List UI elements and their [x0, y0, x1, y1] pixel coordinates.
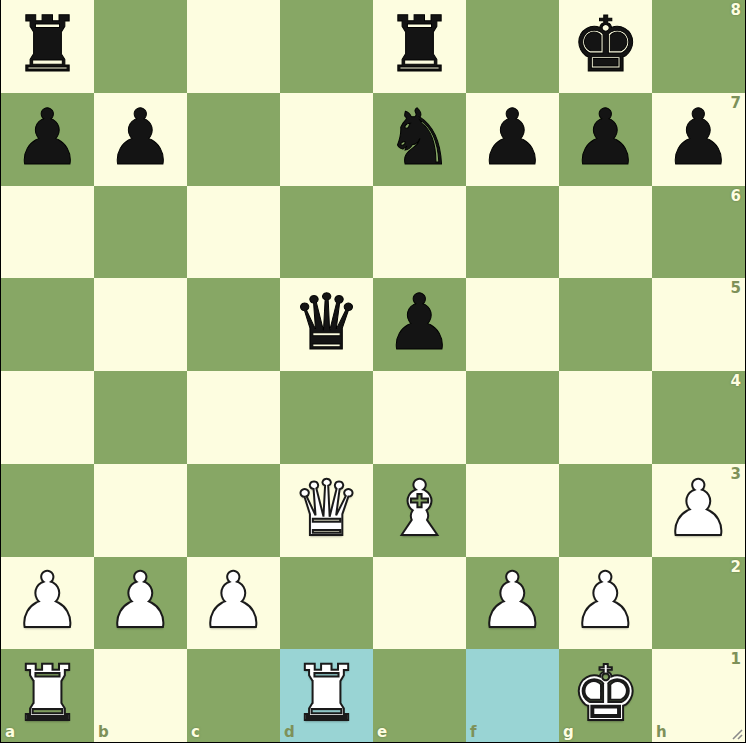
square-d8[interactable]: [280, 0, 373, 93]
square-h2[interactable]: 2: [652, 557, 745, 650]
square-g3[interactable]: [559, 464, 652, 557]
square-e7[interactable]: ♞: [373, 93, 466, 186]
square-b2[interactable]: ♟: [94, 557, 187, 650]
square-h4[interactable]: 4: [652, 371, 745, 464]
chess-board-container: ♜♜♚8♟♟♞♟♟♟76♛♟54♛♝♟3♟♟♟♟♟2♜abc♜def♚g1h: [0, 0, 746, 743]
white-pawn[interactable]: ♟: [106, 562, 175, 639]
black-pawn[interactable]: ♟: [571, 99, 640, 176]
black-rook[interactable]: ♜: [13, 6, 82, 83]
square-e1[interactable]: e: [373, 649, 466, 742]
square-c7[interactable]: [187, 93, 280, 186]
square-f2[interactable]: ♟: [466, 557, 559, 650]
coord-rank-4: 4: [731, 374, 741, 389]
white-pawn[interactable]: ♟: [13, 562, 82, 639]
black-king[interactable]: ♚: [571, 6, 640, 83]
square-d4[interactable]: [280, 371, 373, 464]
square-a2[interactable]: ♟: [1, 557, 94, 650]
square-e4[interactable]: [373, 371, 466, 464]
square-e3[interactable]: ♝: [373, 464, 466, 557]
square-f8[interactable]: [466, 0, 559, 93]
white-rook[interactable]: ♜: [292, 655, 361, 732]
white-pawn[interactable]: ♟: [199, 562, 268, 639]
chess-board: ♜♜♚8♟♟♞♟♟♟76♛♟54♛♝♟3♟♟♟♟♟2♜abc♜def♚g1h: [1, 0, 745, 742]
square-e6[interactable]: [373, 186, 466, 279]
white-rook[interactable]: ♜: [13, 655, 82, 732]
square-c5[interactable]: [187, 278, 280, 371]
black-pawn[interactable]: ♟: [385, 284, 454, 361]
square-f7[interactable]: ♟: [466, 93, 559, 186]
coord-file-c: c: [191, 725, 200, 740]
square-a3[interactable]: [1, 464, 94, 557]
coord-file-h: h: [656, 725, 667, 740]
white-pawn[interactable]: ♟: [664, 470, 733, 547]
square-g4[interactable]: [559, 371, 652, 464]
square-a1[interactable]: ♜a: [1, 649, 94, 742]
square-g2[interactable]: ♟: [559, 557, 652, 650]
square-a7[interactable]: ♟: [1, 93, 94, 186]
square-a5[interactable]: [1, 278, 94, 371]
square-d5[interactable]: ♛: [280, 278, 373, 371]
resize-handle-icon[interactable]: [729, 726, 743, 740]
square-f4[interactable]: [466, 371, 559, 464]
square-d1[interactable]: ♜d: [280, 649, 373, 742]
square-f3[interactable]: [466, 464, 559, 557]
white-pawn[interactable]: ♟: [571, 562, 640, 639]
square-f5[interactable]: [466, 278, 559, 371]
white-pawn[interactable]: ♟: [478, 562, 547, 639]
square-h8[interactable]: 8: [652, 0, 745, 93]
square-a8[interactable]: ♜: [1, 0, 94, 93]
square-g7[interactable]: ♟: [559, 93, 652, 186]
square-c4[interactable]: [187, 371, 280, 464]
square-g1[interactable]: ♚g: [559, 649, 652, 742]
square-g6[interactable]: [559, 186, 652, 279]
black-queen[interactable]: ♛: [292, 284, 361, 361]
square-h7[interactable]: ♟7: [652, 93, 745, 186]
coord-rank-5: 5: [731, 281, 741, 296]
coord-file-f: f: [470, 725, 477, 740]
square-g8[interactable]: ♚: [559, 0, 652, 93]
square-a4[interactable]: [1, 371, 94, 464]
square-b8[interactable]: [94, 0, 187, 93]
square-e5[interactable]: ♟: [373, 278, 466, 371]
square-e8[interactable]: ♜: [373, 0, 466, 93]
square-d7[interactable]: [280, 93, 373, 186]
black-pawn[interactable]: ♟: [13, 99, 82, 176]
square-c6[interactable]: [187, 186, 280, 279]
coord-rank-2: 2: [731, 560, 741, 575]
coord-file-e: e: [377, 725, 387, 740]
square-h5[interactable]: 5: [652, 278, 745, 371]
square-f6[interactable]: [466, 186, 559, 279]
square-b4[interactable]: [94, 371, 187, 464]
square-g5[interactable]: [559, 278, 652, 371]
coord-rank-1: 1: [731, 652, 741, 667]
square-f1[interactable]: f: [466, 649, 559, 742]
black-knight[interactable]: ♞: [385, 99, 454, 176]
square-e2[interactable]: [373, 557, 466, 650]
square-b3[interactable]: [94, 464, 187, 557]
square-d3[interactable]: ♛: [280, 464, 373, 557]
white-bishop[interactable]: ♝: [385, 470, 454, 547]
square-a6[interactable]: [1, 186, 94, 279]
black-pawn[interactable]: ♟: [664, 99, 733, 176]
white-king[interactable]: ♚: [571, 655, 640, 732]
square-h3[interactable]: ♟3: [652, 464, 745, 557]
black-rook[interactable]: ♜: [385, 6, 454, 83]
square-c1[interactable]: c: [187, 649, 280, 742]
square-h6[interactable]: 6: [652, 186, 745, 279]
square-c3[interactable]: [187, 464, 280, 557]
black-pawn[interactable]: ♟: [106, 99, 175, 176]
square-d6[interactable]: [280, 186, 373, 279]
black-pawn[interactable]: ♟: [478, 99, 547, 176]
square-d2[interactable]: [280, 557, 373, 650]
white-queen[interactable]: ♛: [292, 470, 361, 547]
square-b1[interactable]: b: [94, 649, 187, 742]
square-c8[interactable]: [187, 0, 280, 93]
square-c2[interactable]: ♟: [187, 557, 280, 650]
coord-rank-8: 8: [731, 3, 741, 18]
square-b7[interactable]: ♟: [94, 93, 187, 186]
coord-rank-6: 6: [731, 189, 741, 204]
square-b6[interactable]: [94, 186, 187, 279]
square-b5[interactable]: [94, 278, 187, 371]
coord-file-b: b: [98, 725, 109, 740]
